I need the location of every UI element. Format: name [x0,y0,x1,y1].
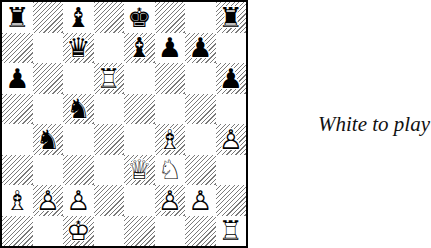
square-e4 [124,124,155,155]
square-g2: ♟♙ [185,185,216,216]
piece-backdrop: ♜ [94,63,125,94]
square-e1 [124,216,155,247]
piece-backdrop: ♚ [63,216,94,247]
square-b2: ♟♙ [33,185,64,216]
square-c3 [63,155,94,186]
piece-backdrop: ♟ [185,33,216,64]
piece-black-bishop: ♝ [63,2,94,33]
square-a7 [2,33,33,64]
piece-backdrop: ♛ [63,33,94,64]
square-f4: ♝♗ [155,124,186,155]
square-g5 [185,94,216,125]
piece-backdrop: ♛ [124,155,155,186]
piece-white-pawn: ♙ [185,185,216,216]
square-h3 [216,155,247,186]
piece-black-rook: ♜ [216,2,247,33]
square-g6 [185,63,216,94]
square-c4 [63,124,94,155]
piece-black-knight: ♞ [33,124,64,155]
square-d3 [94,155,125,186]
square-c5: ♞♞ [63,94,94,125]
square-g1 [185,216,216,247]
square-a1 [2,216,33,247]
square-d7 [94,33,125,64]
square-d2 [94,185,125,216]
square-h7 [216,33,247,64]
piece-backdrop: ♜ [216,2,247,33]
square-b4: ♞♞ [33,124,64,155]
piece-backdrop: ♟ [155,185,186,216]
square-e8: ♚♚ [124,2,155,33]
square-d6: ♜♖ [94,63,125,94]
piece-backdrop: ♟ [33,185,64,216]
square-f7: ♟♟ [155,33,186,64]
square-d4 [94,124,125,155]
piece-backdrop: ♞ [63,94,94,125]
square-a2: ♝♗ [2,185,33,216]
piece-backdrop: ♝ [63,2,94,33]
square-f6 [155,63,186,94]
piece-white-pawn: ♙ [155,185,186,216]
piece-backdrop: ♞ [33,124,64,155]
square-b7 [33,33,64,64]
piece-black-king: ♚ [124,2,155,33]
piece-white-bishop: ♗ [2,185,33,216]
square-g7: ♟♟ [185,33,216,64]
square-d1 [94,216,125,247]
piece-black-rook: ♜ [2,2,33,33]
square-c1: ♚♔ [63,216,94,247]
square-h2 [216,185,247,216]
square-a6: ♟♟ [2,63,33,94]
square-a4 [2,124,33,155]
piece-white-rook: ♖ [216,216,247,247]
square-f2: ♟♙ [155,185,186,216]
piece-backdrop: ♝ [2,185,33,216]
piece-backdrop: ♟ [216,124,247,155]
piece-backdrop: ♝ [124,33,155,64]
square-f5 [155,94,186,125]
piece-backdrop: ♜ [216,216,247,247]
square-f8 [155,2,186,33]
square-h4: ♟♙ [216,124,247,155]
square-e5 [124,94,155,125]
square-f3: ♞♘ [155,155,186,186]
piece-backdrop: ♞ [155,155,186,186]
piece-backdrop: ♟ [155,33,186,64]
square-e6 [124,63,155,94]
piece-white-knight: ♘ [155,155,186,186]
caption-white-to-play: White to play [318,112,431,137]
square-g8 [185,2,216,33]
piece-backdrop: ♝ [155,124,186,155]
square-e7: ♝♝ [124,33,155,64]
square-b8 [33,2,64,33]
piece-backdrop: ♜ [2,2,33,33]
piece-white-bishop: ♗ [155,124,186,155]
piece-black-bishop: ♝ [124,33,155,64]
square-b3 [33,155,64,186]
piece-backdrop: ♟ [216,63,247,94]
square-b6 [33,63,64,94]
square-d8 [94,2,125,33]
square-e3: ♛♕ [124,155,155,186]
piece-white-rook: ♖ [94,63,125,94]
piece-white-pawn: ♙ [63,185,94,216]
chess-board: ♜♜♝♝♚♚♜♜♛♛♝♝♟♟♟♟♟♟♜♖♟♟♞♞♞♞♝♗♟♙♛♕♞♘♝♗♟♙♟♙… [0,0,248,248]
square-c8: ♝♝ [63,2,94,33]
square-e2 [124,185,155,216]
square-c7: ♛♛ [63,33,94,64]
piece-white-queen: ♕ [124,155,155,186]
square-h6: ♟♟ [216,63,247,94]
square-a8: ♜♜ [2,2,33,33]
square-h1: ♜♖ [216,216,247,247]
square-g4 [185,124,216,155]
square-a5 [2,94,33,125]
piece-backdrop: ♟ [185,185,216,216]
piece-white-pawn: ♙ [216,124,247,155]
piece-black-pawn: ♟ [216,63,247,94]
piece-black-pawn: ♟ [155,33,186,64]
piece-black-knight: ♞ [63,94,94,125]
caption-area: White to play [248,0,431,248]
square-h5 [216,94,247,125]
square-d5 [94,94,125,125]
square-c6 [63,63,94,94]
square-h8: ♜♜ [216,2,247,33]
piece-black-queen: ♛ [63,33,94,64]
piece-white-king: ♔ [63,216,94,247]
square-c2: ♟♙ [63,185,94,216]
piece-white-pawn: ♙ [33,185,64,216]
square-b1 [33,216,64,247]
piece-black-pawn: ♟ [2,63,33,94]
piece-backdrop: ♟ [63,185,94,216]
piece-black-pawn: ♟ [185,33,216,64]
square-a3 [2,155,33,186]
square-b5 [33,94,64,125]
square-g3 [185,155,216,186]
piece-backdrop: ♚ [124,2,155,33]
piece-backdrop: ♟ [2,63,33,94]
square-f1 [155,216,186,247]
